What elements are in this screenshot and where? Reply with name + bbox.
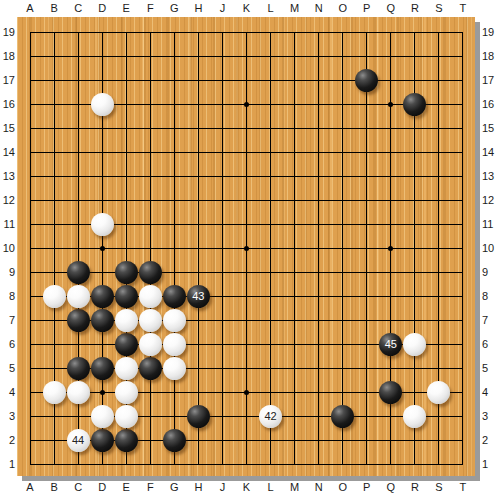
white-stone-D16[interactable] xyxy=(91,93,114,116)
row-label-right-13: 13 xyxy=(482,169,500,183)
column-label-top-F: F xyxy=(138,1,162,15)
column-label-bottom-M: M xyxy=(283,480,307,494)
black-stone-G2[interactable] xyxy=(163,429,186,452)
black-stone-R16[interactable] xyxy=(403,93,426,116)
row-label-right-7: 7 xyxy=(482,313,500,327)
white-stone-G5[interactable] xyxy=(163,357,186,380)
row-label-left-16: 16 xyxy=(0,97,15,111)
black-stone-E8[interactable] xyxy=(115,285,138,308)
column-label-bottom-S: S xyxy=(427,480,451,494)
column-label-top-J: J xyxy=(210,1,234,15)
row-label-left-3: 3 xyxy=(0,409,15,423)
column-label-top-M: M xyxy=(283,1,307,15)
column-label-top-K: K xyxy=(234,1,258,15)
row-label-right-1: 1 xyxy=(482,457,500,471)
white-stone-S4[interactable] xyxy=(427,381,450,404)
column-label-top-A: A xyxy=(18,1,42,15)
white-stone-D11[interactable] xyxy=(91,213,114,236)
column-label-top-L: L xyxy=(259,1,283,15)
white-stone-E7[interactable] xyxy=(115,309,138,332)
star-point-Q10 xyxy=(388,246,393,251)
grid-horizontal-line xyxy=(30,80,464,81)
white-stone-F7[interactable] xyxy=(139,309,162,332)
row-label-right-11: 11 xyxy=(482,217,500,231)
row-label-left-10: 10 xyxy=(0,241,15,255)
row-label-right-16: 16 xyxy=(482,97,500,111)
column-label-bottom-D: D xyxy=(90,480,114,494)
row-label-left-5: 5 xyxy=(0,361,15,375)
star-point-Q16 xyxy=(388,102,393,107)
black-stone-Q6[interactable]: 45 xyxy=(379,333,402,356)
row-label-right-8: 8 xyxy=(482,289,500,303)
white-stone-E3[interactable] xyxy=(115,405,138,428)
column-label-bottom-J: J xyxy=(210,480,234,494)
row-label-right-10: 10 xyxy=(482,241,500,255)
row-label-right-12: 12 xyxy=(482,193,500,207)
white-stone-F8[interactable] xyxy=(139,285,162,308)
column-label-bottom-C: C xyxy=(66,480,90,494)
star-point-K10 xyxy=(244,246,249,251)
grid-horizontal-line xyxy=(30,32,464,33)
column-label-top-P: P xyxy=(355,1,379,15)
grid-horizontal-line xyxy=(30,56,464,57)
white-stone-C8[interactable] xyxy=(67,285,90,308)
grid-horizontal-line xyxy=(30,272,464,273)
black-stone-H8[interactable]: 43 xyxy=(187,285,210,308)
move-number-label: 45 xyxy=(385,338,397,350)
column-label-bottom-N: N xyxy=(307,480,331,494)
column-label-bottom-K: K xyxy=(234,480,258,494)
white-stone-G7[interactable] xyxy=(163,309,186,332)
column-label-top-Q: Q xyxy=(379,1,403,15)
black-stone-C5[interactable] xyxy=(67,357,90,380)
black-stone-C9[interactable] xyxy=(67,261,90,284)
black-stone-C7[interactable] xyxy=(67,309,90,332)
row-label-left-17: 17 xyxy=(0,73,15,87)
black-stone-F9[interactable] xyxy=(139,261,162,284)
white-stone-L3[interactable]: 42 xyxy=(259,405,282,428)
black-stone-G8[interactable] xyxy=(163,285,186,308)
grid-horizontal-line xyxy=(30,200,464,201)
white-stone-D3[interactable] xyxy=(91,405,114,428)
column-label-top-D: D xyxy=(90,1,114,15)
grid-horizontal-line xyxy=(30,464,464,465)
white-stone-G6[interactable] xyxy=(163,333,186,356)
white-stone-R3[interactable] xyxy=(403,405,426,428)
column-label-top-R: R xyxy=(403,1,427,15)
row-label-right-3: 3 xyxy=(482,409,500,423)
column-label-top-O: O xyxy=(331,1,355,15)
row-label-right-14: 14 xyxy=(482,145,500,159)
row-label-left-13: 13 xyxy=(0,169,15,183)
column-label-bottom-F: F xyxy=(138,480,162,494)
column-label-bottom-L: L xyxy=(259,480,283,494)
black-stone-E2[interactable] xyxy=(115,429,138,452)
row-label-right-19: 19 xyxy=(482,25,500,39)
row-label-left-19: 19 xyxy=(0,25,15,39)
black-stone-Q4[interactable] xyxy=(379,381,402,404)
black-stone-D2[interactable] xyxy=(91,429,114,452)
column-label-bottom-T: T xyxy=(451,480,475,494)
column-label-top-T: T xyxy=(451,1,475,15)
star-point-K4 xyxy=(244,390,249,395)
star-point-K16 xyxy=(244,102,249,107)
black-stone-D7[interactable] xyxy=(91,309,114,332)
row-label-right-15: 15 xyxy=(482,121,500,135)
white-stone-F6[interactable] xyxy=(139,333,162,356)
white-stone-E4[interactable] xyxy=(115,381,138,404)
row-label-left-2: 2 xyxy=(0,433,15,447)
white-stone-R6[interactable] xyxy=(403,333,426,356)
black-stone-E9[interactable] xyxy=(115,261,138,284)
column-label-bottom-P: P xyxy=(355,480,379,494)
row-label-left-7: 7 xyxy=(0,313,15,327)
black-stone-E6[interactable] xyxy=(115,333,138,356)
row-label-right-5: 5 xyxy=(482,361,500,375)
row-label-right-9: 9 xyxy=(482,265,500,279)
row-label-left-1: 1 xyxy=(0,457,15,471)
column-label-bottom-E: E xyxy=(114,480,138,494)
column-label-top-S: S xyxy=(427,1,451,15)
column-label-bottom-R: R xyxy=(403,480,427,494)
column-label-bottom-A: A xyxy=(18,480,42,494)
row-label-right-18: 18 xyxy=(482,49,500,63)
black-stone-D8[interactable] xyxy=(91,285,114,308)
row-label-left-4: 4 xyxy=(0,385,15,399)
grid-horizontal-line xyxy=(30,152,464,153)
white-stone-E5[interactable] xyxy=(115,357,138,380)
column-label-bottom-H: H xyxy=(186,480,210,494)
white-stone-C4[interactable] xyxy=(67,381,90,404)
column-label-top-B: B xyxy=(42,1,66,15)
move-number-label: 44 xyxy=(72,434,84,446)
white-stone-B4[interactable] xyxy=(43,381,66,404)
move-number-label: 42 xyxy=(264,410,276,422)
row-label-left-15: 15 xyxy=(0,121,15,135)
column-label-top-N: N xyxy=(307,1,331,15)
column-label-top-C: C xyxy=(66,1,90,15)
row-label-right-2: 2 xyxy=(482,433,500,447)
column-label-top-H: H xyxy=(186,1,210,15)
row-label-left-9: 9 xyxy=(0,265,15,279)
column-label-bottom-O: O xyxy=(331,480,355,494)
black-stone-H3[interactable] xyxy=(187,405,210,428)
black-stone-D5[interactable] xyxy=(91,357,114,380)
row-label-left-8: 8 xyxy=(0,289,15,303)
row-label-left-18: 18 xyxy=(0,49,15,63)
black-stone-O3[interactable] xyxy=(331,405,354,428)
go-board[interactable]: 43454244 xyxy=(17,17,475,476)
go-diagram-page: 43454244 AABBCCDDEEFFGGHHJJKKLLMMNNOOPPQ… xyxy=(0,0,500,500)
row-label-left-11: 11 xyxy=(0,217,15,231)
grid-horizontal-line xyxy=(30,128,464,129)
row-label-right-4: 4 xyxy=(482,385,500,399)
row-label-right-17: 17 xyxy=(482,73,500,87)
black-stone-P17[interactable] xyxy=(355,69,378,92)
white-stone-C2[interactable]: 44 xyxy=(67,429,90,452)
black-stone-F5[interactable] xyxy=(139,357,162,380)
row-label-left-12: 12 xyxy=(0,193,15,207)
column-label-bottom-G: G xyxy=(162,480,186,494)
white-stone-B8[interactable] xyxy=(43,285,66,308)
star-point-D4 xyxy=(100,390,105,395)
row-label-left-6: 6 xyxy=(0,337,15,351)
column-label-top-E: E xyxy=(114,1,138,15)
row-label-right-6: 6 xyxy=(482,337,500,351)
star-point-D10 xyxy=(100,246,105,251)
move-number-label: 43 xyxy=(192,290,204,302)
row-label-left-14: 14 xyxy=(0,145,15,159)
grid-horizontal-line xyxy=(30,176,464,177)
column-label-bottom-B: B xyxy=(42,480,66,494)
column-label-top-G: G xyxy=(162,1,186,15)
column-label-bottom-Q: Q xyxy=(379,480,403,494)
